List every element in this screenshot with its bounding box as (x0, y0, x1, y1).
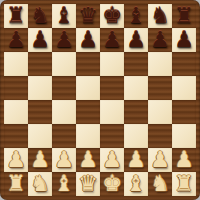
square-c8[interactable]: ♝ (52, 4, 76, 28)
square-c5[interactable] (52, 76, 76, 100)
piece-white-pawn[interactable]: ♟ (150, 148, 170, 172)
piece-white-knight[interactable]: ♞ (150, 172, 170, 196)
square-f8[interactable]: ♝ (124, 4, 148, 28)
piece-white-pawn[interactable]: ♟ (174, 148, 194, 172)
piece-white-pawn[interactable]: ♟ (30, 148, 50, 172)
square-e8[interactable]: ♚ (100, 4, 124, 28)
square-a2[interactable]: ♟ (4, 148, 28, 172)
square-e1[interactable]: ♚ (100, 172, 124, 196)
square-d8[interactable]: ♛ (76, 4, 100, 28)
piece-black-knight[interactable]: ♞ (30, 4, 50, 28)
square-d6[interactable] (76, 52, 100, 76)
piece-black-pawn[interactable]: ♟ (150, 28, 170, 52)
piece-white-bishop[interactable]: ♝ (54, 172, 74, 196)
square-e4[interactable] (100, 100, 124, 124)
square-f6[interactable] (124, 52, 148, 76)
square-c4[interactable] (52, 100, 76, 124)
square-e2[interactable]: ♟ (100, 148, 124, 172)
square-f2[interactable]: ♟ (124, 148, 148, 172)
square-c7[interactable]: ♟ (52, 28, 76, 52)
square-f3[interactable] (124, 124, 148, 148)
square-g6[interactable] (148, 52, 172, 76)
square-a4[interactable] (4, 100, 28, 124)
square-h5[interactable] (172, 76, 196, 100)
square-g4[interactable] (148, 100, 172, 124)
square-h1[interactable]: ♜ (172, 172, 196, 196)
square-e7[interactable]: ♟ (100, 28, 124, 52)
piece-white-bishop[interactable]: ♝ (126, 172, 146, 196)
piece-black-queen[interactable]: ♛ (78, 4, 98, 28)
square-g2[interactable]: ♟ (148, 148, 172, 172)
square-e6[interactable] (100, 52, 124, 76)
square-e5[interactable] (100, 76, 124, 100)
square-a7[interactable]: ♟ (4, 28, 28, 52)
piece-black-rook[interactable]: ♜ (174, 4, 194, 28)
piece-white-rook[interactable]: ♜ (174, 172, 194, 196)
square-b4[interactable] (28, 100, 52, 124)
square-g5[interactable] (148, 76, 172, 100)
square-f5[interactable] (124, 76, 148, 100)
square-b7[interactable]: ♟ (28, 28, 52, 52)
square-d7[interactable]: ♟ (76, 28, 100, 52)
piece-white-queen[interactable]: ♛ (78, 172, 98, 196)
piece-black-pawn[interactable]: ♟ (126, 28, 146, 52)
piece-black-king[interactable]: ♚ (102, 4, 122, 28)
piece-black-pawn[interactable]: ♟ (54, 28, 74, 52)
piece-white-pawn[interactable]: ♟ (6, 148, 26, 172)
square-g3[interactable] (148, 124, 172, 148)
piece-white-rook[interactable]: ♜ (6, 172, 26, 196)
square-c1[interactable]: ♝ (52, 172, 76, 196)
square-c3[interactable] (52, 124, 76, 148)
square-d3[interactable] (76, 124, 100, 148)
square-b1[interactable]: ♞ (28, 172, 52, 196)
piece-white-king[interactable]: ♚ (102, 172, 122, 196)
square-a6[interactable] (4, 52, 28, 76)
piece-white-pawn[interactable]: ♟ (102, 148, 122, 172)
square-g1[interactable]: ♞ (148, 172, 172, 196)
square-d4[interactable] (76, 100, 100, 124)
square-f4[interactable] (124, 100, 148, 124)
piece-black-pawn[interactable]: ♟ (30, 28, 50, 52)
square-a5[interactable] (4, 76, 28, 100)
piece-black-rook[interactable]: ♜ (6, 4, 26, 28)
piece-black-pawn[interactable]: ♟ (78, 28, 98, 52)
piece-white-pawn[interactable]: ♟ (126, 148, 146, 172)
square-d5[interactable] (76, 76, 100, 100)
piece-black-pawn[interactable]: ♟ (6, 28, 26, 52)
piece-white-pawn[interactable]: ♟ (78, 148, 98, 172)
chess-board: ♜♞♝♛♚♝♞♜♟♟♟♟♟♟♟♟♟♟♟♟♟♟♟♟♜♞♝♛♚♝♞♜ (4, 4, 196, 196)
square-b6[interactable] (28, 52, 52, 76)
square-h8[interactable]: ♜ (172, 4, 196, 28)
square-g7[interactable]: ♟ (148, 28, 172, 52)
square-d2[interactable]: ♟ (76, 148, 100, 172)
square-b2[interactable]: ♟ (28, 148, 52, 172)
square-d1[interactable]: ♛ (76, 172, 100, 196)
square-e3[interactable] (100, 124, 124, 148)
piece-black-bishop[interactable]: ♝ (126, 4, 146, 28)
square-h7[interactable]: ♟ (172, 28, 196, 52)
square-f7[interactable]: ♟ (124, 28, 148, 52)
piece-black-knight[interactable]: ♞ (150, 4, 170, 28)
piece-white-pawn[interactable]: ♟ (54, 148, 74, 172)
square-b5[interactable] (28, 76, 52, 100)
square-g8[interactable]: ♞ (148, 4, 172, 28)
square-c2[interactable]: ♟ (52, 148, 76, 172)
piece-white-knight[interactable]: ♞ (30, 172, 50, 196)
square-a8[interactable]: ♜ (4, 4, 28, 28)
square-h3[interactable] (172, 124, 196, 148)
piece-black-pawn[interactable]: ♟ (174, 28, 194, 52)
square-b8[interactable]: ♞ (28, 4, 52, 28)
square-f1[interactable]: ♝ (124, 172, 148, 196)
piece-black-pawn[interactable]: ♟ (102, 28, 122, 52)
square-a3[interactable] (4, 124, 28, 148)
square-h6[interactable] (172, 52, 196, 76)
square-h4[interactable] (172, 100, 196, 124)
piece-black-bishop[interactable]: ♝ (54, 4, 74, 28)
square-b3[interactable] (28, 124, 52, 148)
square-a1[interactable]: ♜ (4, 172, 28, 196)
chess-board-frame: ♜♞♝♛♚♝♞♜♟♟♟♟♟♟♟♟♟♟♟♟♟♟♟♟♜♞♝♛♚♝♞♜ (0, 0, 200, 200)
square-c6[interactable] (52, 52, 76, 76)
square-h2[interactable]: ♟ (172, 148, 196, 172)
